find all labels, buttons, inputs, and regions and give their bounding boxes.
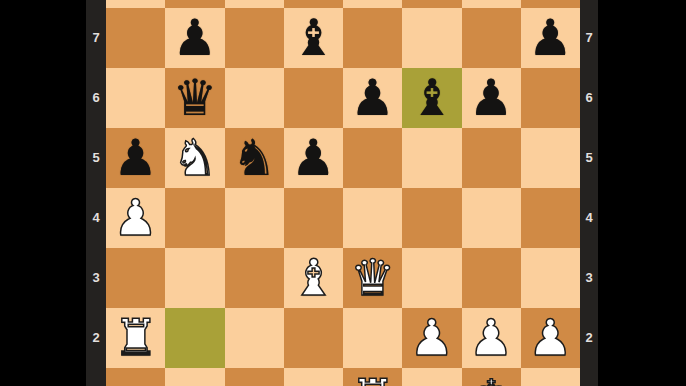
rank-label-right-2: 2 xyxy=(580,308,598,368)
square-a3[interactable] xyxy=(106,248,165,308)
square-c6[interactable] xyxy=(225,68,284,128)
rank-label-right-5: 5 xyxy=(580,128,598,188)
square-b2[interactable] xyxy=(165,308,224,368)
white-bishop[interactable]: ♝ xyxy=(284,248,343,308)
square-h2[interactable]: ♟ xyxy=(521,308,580,368)
black-bishop[interactable]: ♝ xyxy=(284,8,343,68)
square-c8[interactable] xyxy=(225,0,284,8)
rank-label-right-3: 3 xyxy=(580,248,598,308)
square-d2[interactable] xyxy=(284,308,343,368)
square-g5[interactable] xyxy=(462,128,521,188)
square-e2[interactable] xyxy=(343,308,402,368)
rank-labels-right: 7 6 5 4 3 2 xyxy=(580,8,598,368)
rank-label-left-2: 2 xyxy=(86,308,106,368)
square-a2[interactable]: ♜ xyxy=(106,308,165,368)
square-h6[interactable] xyxy=(521,68,580,128)
square-a4[interactable]: ♟ xyxy=(106,188,165,248)
square-h3[interactable] xyxy=(521,248,580,308)
chess-app-viewport: ♜♚♟♝♟♛♟♝♟♟♞♞♟♟♝♛♜♟♟♟♜♚ 7 6 5 4 3 2 7 6 5… xyxy=(0,0,686,386)
square-h8[interactable] xyxy=(521,0,580,8)
square-f3[interactable] xyxy=(402,248,461,308)
square-c3[interactable] xyxy=(225,248,284,308)
square-e6[interactable]: ♟ xyxy=(343,68,402,128)
white-pawn[interactable]: ♟ xyxy=(462,308,521,368)
square-f7[interactable] xyxy=(402,8,461,68)
white-queen[interactable]: ♛ xyxy=(343,248,402,308)
black-knight[interactable]: ♞ xyxy=(225,128,284,188)
black-king[interactable]: ♚ xyxy=(462,0,521,8)
square-c5[interactable]: ♞ xyxy=(225,128,284,188)
rank-label-right-4: 4 xyxy=(580,188,598,248)
rank-label-left-7: 7 xyxy=(86,8,106,68)
square-d7[interactable]: ♝ xyxy=(284,8,343,68)
square-e5[interactable] xyxy=(343,128,402,188)
square-a1[interactable] xyxy=(106,368,165,386)
square-d1[interactable] xyxy=(284,368,343,386)
square-f1[interactable] xyxy=(402,368,461,386)
white-rook[interactable]: ♜ xyxy=(106,308,165,368)
square-f8[interactable]: ♜ xyxy=(402,0,461,8)
square-b4[interactable] xyxy=(165,188,224,248)
black-rook[interactable]: ♜ xyxy=(402,0,461,8)
square-g8[interactable]: ♚ xyxy=(462,0,521,8)
rank-labels-left: 7 6 5 4 3 2 xyxy=(86,8,106,368)
rank-label-left-3: 3 xyxy=(86,248,106,308)
square-g2[interactable]: ♟ xyxy=(462,308,521,368)
square-b3[interactable] xyxy=(165,248,224,308)
black-pawn[interactable]: ♟ xyxy=(165,8,224,68)
square-g6[interactable]: ♟ xyxy=(462,68,521,128)
square-c4[interactable] xyxy=(225,188,284,248)
square-d8[interactable] xyxy=(284,0,343,8)
rank-label-right-6: 6 xyxy=(580,68,598,128)
square-g3[interactable] xyxy=(462,248,521,308)
black-queen[interactable]: ♛ xyxy=(165,68,224,128)
letterbox-right xyxy=(598,0,686,386)
square-b6[interactable]: ♛ xyxy=(165,68,224,128)
square-c2[interactable] xyxy=(225,308,284,368)
black-pawn[interactable]: ♟ xyxy=(462,68,521,128)
square-a7[interactable] xyxy=(106,8,165,68)
square-g4[interactable] xyxy=(462,188,521,248)
square-f6[interactable]: ♝ xyxy=(402,68,461,128)
square-h4[interactable] xyxy=(521,188,580,248)
black-pawn[interactable]: ♟ xyxy=(106,128,165,188)
rank-label-right-7: 7 xyxy=(580,8,598,68)
square-e8[interactable] xyxy=(343,0,402,8)
rank-label-left-6: 6 xyxy=(86,68,106,128)
square-g1[interactable]: ♚ xyxy=(462,368,521,386)
square-e3[interactable]: ♛ xyxy=(343,248,402,308)
white-pawn[interactable]: ♟ xyxy=(521,308,580,368)
square-e1[interactable]: ♜ xyxy=(343,368,402,386)
black-bishop[interactable]: ♝ xyxy=(402,68,461,128)
square-d6[interactable] xyxy=(284,68,343,128)
square-a5[interactable]: ♟ xyxy=(106,128,165,188)
square-f2[interactable]: ♟ xyxy=(402,308,461,368)
square-e4[interactable] xyxy=(343,188,402,248)
white-rook[interactable]: ♜ xyxy=(343,368,402,386)
black-pawn[interactable]: ♟ xyxy=(284,128,343,188)
square-c7[interactable] xyxy=(225,8,284,68)
square-f4[interactable] xyxy=(402,188,461,248)
square-d3[interactable]: ♝ xyxy=(284,248,343,308)
square-c1[interactable] xyxy=(225,368,284,386)
square-e7[interactable] xyxy=(343,8,402,68)
square-h1[interactable] xyxy=(521,368,580,386)
square-b1[interactable] xyxy=(165,368,224,386)
white-pawn[interactable]: ♟ xyxy=(402,308,461,368)
rank-label-left-4: 4 xyxy=(86,188,106,248)
white-knight[interactable]: ♞ xyxy=(165,128,224,188)
white-pawn[interactable]: ♟ xyxy=(106,188,165,248)
square-d5[interactable]: ♟ xyxy=(284,128,343,188)
square-h7[interactable]: ♟ xyxy=(521,8,580,68)
black-pawn[interactable]: ♟ xyxy=(521,8,580,68)
white-king[interactable]: ♚ xyxy=(462,368,521,386)
letterbox-left xyxy=(0,0,86,386)
square-b8[interactable] xyxy=(165,0,224,8)
rank-label-left-5: 5 xyxy=(86,128,106,188)
chess-board: ♜♚♟♝♟♛♟♝♟♟♞♞♟♟♝♛♜♟♟♟♜♚ xyxy=(106,0,580,386)
square-f5[interactable] xyxy=(402,128,461,188)
square-h5[interactable] xyxy=(521,128,580,188)
black-pawn[interactable]: ♟ xyxy=(343,68,402,128)
square-a8[interactable] xyxy=(106,0,165,8)
square-b7[interactable]: ♟ xyxy=(165,8,224,68)
square-d4[interactable] xyxy=(284,188,343,248)
square-g7[interactable] xyxy=(462,8,521,68)
square-a6[interactable] xyxy=(106,68,165,128)
square-b5[interactable]: ♞ xyxy=(165,128,224,188)
